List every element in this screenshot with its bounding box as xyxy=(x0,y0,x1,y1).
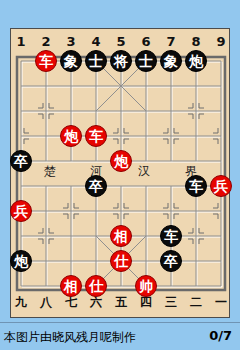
file-label-top-7: 7 xyxy=(166,34,175,49)
piece-red-advisor[interactable]: 仕 xyxy=(85,275,107,297)
piece-black-cannon[interactable]: 炮 xyxy=(185,50,207,72)
piece-red-advisor[interactable]: 仕 xyxy=(110,250,132,272)
credit-text: 本图片由晓风残月呢制作 xyxy=(4,329,136,346)
piece-black-soldier[interactable]: 卒 xyxy=(160,250,182,272)
xiangqi-board: 123456789 楚河汉界 车象士将士象炮炮车卒炮卒车兵兵相车炮仕卒相仕帅 九… xyxy=(10,28,230,318)
piece-red-cannon[interactable]: 炮 xyxy=(60,125,82,147)
file-label-bottom-1: 九 xyxy=(15,294,27,311)
piece-black-elephant[interactable]: 象 xyxy=(60,50,82,72)
file-label-bottom-5: 五 xyxy=(115,294,127,311)
piece-black-chariot[interactable]: 车 xyxy=(160,225,182,247)
file-label-top-1: 1 xyxy=(16,34,25,49)
file-label-top-3: 3 xyxy=(66,34,75,49)
piece-black-soldier[interactable]: 卒 xyxy=(10,150,32,172)
piece-black-cannon[interactable]: 炮 xyxy=(10,250,32,272)
file-label-top-8: 8 xyxy=(191,34,200,49)
piece-black-chariot[interactable]: 车 xyxy=(185,175,207,197)
file-label-top-6: 6 xyxy=(141,34,150,49)
file-label-bottom-7: 三 xyxy=(165,294,177,311)
file-label-top-4: 4 xyxy=(91,34,100,49)
piece-black-general[interactable]: 将 xyxy=(110,50,132,72)
file-label-top-2: 2 xyxy=(41,34,50,49)
move-counter: 0/7 xyxy=(209,328,232,343)
file-label-bottom-9: 一 xyxy=(215,294,227,311)
river-label-1: 楚 xyxy=(44,163,56,180)
piece-red-chariot[interactable]: 车 xyxy=(85,125,107,147)
piece-red-elephant[interactable]: 相 xyxy=(60,275,82,297)
file-label-top-9: 9 xyxy=(216,34,225,49)
file-label-bottom-8: 二 xyxy=(190,294,202,311)
piece-black-elephant[interactable]: 象 xyxy=(160,50,182,72)
piece-red-elephant[interactable]: 相 xyxy=(110,225,132,247)
app-window: { "game": "xiangqi", "position": { "fen"… xyxy=(0,0,240,350)
piece-red-chariot[interactable]: 车 xyxy=(35,50,57,72)
piece-red-cannon[interactable]: 炮 xyxy=(110,150,132,172)
piece-red-general[interactable]: 帅 xyxy=(135,275,157,297)
piece-black-advisor[interactable]: 士 xyxy=(85,50,107,72)
piece-red-soldier[interactable]: 兵 xyxy=(10,200,32,222)
file-label-bottom-2: 八 xyxy=(40,294,52,311)
piece-black-advisor[interactable]: 士 xyxy=(135,50,157,72)
file-label-top-5: 5 xyxy=(116,34,125,49)
piece-red-soldier[interactable]: 兵 xyxy=(210,175,232,197)
river-label-3: 汉 xyxy=(138,163,150,180)
piece-black-soldier[interactable]: 卒 xyxy=(85,175,107,197)
status-bar: 本图片由晓风残月呢制作 0/7 xyxy=(0,322,240,350)
